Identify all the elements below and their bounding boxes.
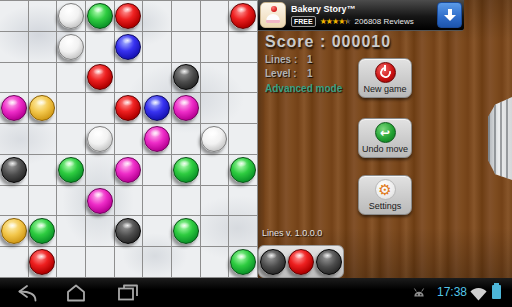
free-badge: FREE bbox=[291, 16, 316, 27]
board-cell[interactable] bbox=[57, 247, 86, 278]
board-cell[interactable] bbox=[86, 1, 115, 32]
board-cell[interactable] bbox=[0, 155, 29, 186]
next-balls-tray bbox=[258, 245, 344, 278]
ball-black[interactable] bbox=[115, 218, 141, 244]
ball-green[interactable] bbox=[87, 3, 113, 29]
board-cell[interactable] bbox=[229, 1, 258, 32]
ball-green[interactable] bbox=[230, 249, 256, 275]
board-cell[interactable] bbox=[172, 247, 201, 278]
board-cell[interactable] bbox=[201, 32, 230, 63]
board-cell[interactable] bbox=[201, 216, 230, 247]
board-cell[interactable] bbox=[201, 155, 230, 186]
board-cell[interactable] bbox=[86, 32, 115, 63]
ball-magenta[interactable] bbox=[173, 95, 199, 121]
home-icon bbox=[64, 284, 88, 302]
board-cell[interactable] bbox=[143, 247, 172, 278]
ball-white[interactable] bbox=[87, 126, 113, 152]
next-ball-red bbox=[288, 249, 314, 275]
ball-green[interactable] bbox=[173, 157, 199, 183]
ball-red[interactable] bbox=[115, 3, 141, 29]
board-cell[interactable] bbox=[201, 63, 230, 94]
board-cell[interactable] bbox=[57, 32, 86, 63]
board-cell[interactable] bbox=[57, 155, 86, 186]
board-cell[interactable] bbox=[229, 247, 258, 278]
board-cell[interactable] bbox=[0, 32, 29, 63]
board-cell[interactable] bbox=[29, 32, 58, 63]
ball-green[interactable] bbox=[230, 157, 256, 183]
board-cell[interactable] bbox=[229, 32, 258, 63]
ball-magenta[interactable] bbox=[144, 126, 170, 152]
board-cell[interactable] bbox=[172, 93, 201, 124]
ad-banner[interactable]: Bakery Story™ FREE ★★★★★ 206808 Reviews bbox=[258, 0, 464, 31]
undo-icon: ↩ bbox=[375, 122, 396, 143]
ad-reviews: 206808 Reviews bbox=[355, 17, 414, 26]
rating-stars: ★★★★★ bbox=[320, 17, 351, 26]
ball-red[interactable] bbox=[87, 64, 113, 90]
ball-black[interactable] bbox=[1, 157, 27, 183]
board-cell[interactable] bbox=[229, 124, 258, 155]
scroll-edge-decoration bbox=[488, 97, 512, 180]
board-cell[interactable] bbox=[229, 63, 258, 94]
back-icon bbox=[16, 284, 40, 302]
cake-icon bbox=[266, 14, 280, 23]
board-cell[interactable] bbox=[229, 155, 258, 186]
ball-white[interactable] bbox=[58, 34, 84, 60]
ball-red[interactable] bbox=[115, 95, 141, 121]
board-cell[interactable] bbox=[29, 124, 58, 155]
download-button[interactable] bbox=[437, 2, 462, 28]
board-cell[interactable] bbox=[115, 216, 144, 247]
ball-white[interactable] bbox=[58, 3, 84, 29]
clock[interactable]: 17:38 bbox=[437, 285, 467, 299]
board-cell[interactable] bbox=[0, 186, 29, 217]
board-cell[interactable] bbox=[86, 63, 115, 94]
board-cell[interactable] bbox=[201, 247, 230, 278]
board-cell[interactable] bbox=[29, 155, 58, 186]
board-cell[interactable] bbox=[229, 93, 258, 124]
board-cell[interactable] bbox=[143, 93, 172, 124]
ball-black[interactable] bbox=[173, 64, 199, 90]
board-cell[interactable] bbox=[143, 216, 172, 247]
next-ball-black bbox=[260, 249, 286, 275]
board-cell[interactable] bbox=[29, 216, 58, 247]
ad-app-title: Bakery Story™ bbox=[291, 4, 433, 15]
restart-icon bbox=[375, 62, 396, 83]
board-cell[interactable] bbox=[115, 124, 144, 155]
wifi-icon[interactable] bbox=[470, 287, 487, 305]
system-bar: 17:38 bbox=[0, 278, 512, 307]
board-cell[interactable] bbox=[86, 216, 115, 247]
board-cell[interactable] bbox=[0, 1, 29, 32]
board-cell[interactable] bbox=[86, 124, 115, 155]
ball-blue[interactable] bbox=[115, 34, 141, 60]
strawberry-icon bbox=[271, 6, 277, 12]
notification-android-icon[interactable] bbox=[412, 286, 426, 304]
ad-text: Bakery Story™ FREE ★★★★★ 206808 Reviews bbox=[291, 4, 433, 27]
board-cell[interactable] bbox=[143, 124, 172, 155]
board-cell[interactable] bbox=[172, 155, 201, 186]
board-cell[interactable] bbox=[86, 155, 115, 186]
board-cell[interactable] bbox=[57, 186, 86, 217]
ball-yellow[interactable] bbox=[29, 95, 55, 121]
board-cell[interactable] bbox=[172, 216, 201, 247]
game-area: Bakery Story™ FREE ★★★★★ 206808 Reviews … bbox=[0, 0, 512, 278]
board-cell[interactable] bbox=[57, 1, 86, 32]
gear-icon: ⚙ bbox=[375, 179, 396, 200]
board-cell[interactable] bbox=[115, 155, 144, 186]
board-cell[interactable] bbox=[115, 247, 144, 278]
level-value: 1 bbox=[307, 68, 313, 79]
board-cell[interactable] bbox=[229, 186, 258, 217]
battery-icon[interactable] bbox=[492, 285, 501, 299]
ball-yellow[interactable] bbox=[1, 218, 27, 244]
home-button[interactable] bbox=[62, 282, 90, 303]
ball-magenta[interactable] bbox=[87, 188, 113, 214]
board-cell[interactable] bbox=[57, 63, 86, 94]
ad-app-icon[interactable] bbox=[260, 2, 286, 28]
ball-green[interactable] bbox=[58, 157, 84, 183]
board-cell[interactable] bbox=[201, 124, 230, 155]
board-cell[interactable] bbox=[29, 63, 58, 94]
board-cell[interactable] bbox=[57, 124, 86, 155]
ball-red[interactable] bbox=[29, 249, 55, 275]
recents-button[interactable] bbox=[114, 282, 142, 303]
board-cell[interactable] bbox=[201, 186, 230, 217]
board-cell[interactable] bbox=[115, 93, 144, 124]
recents-icon bbox=[116, 284, 140, 302]
ball-blue[interactable] bbox=[144, 95, 170, 121]
board-cell[interactable] bbox=[143, 32, 172, 63]
undo-move-button[interactable]: ↩ Undo move bbox=[358, 118, 412, 158]
board-cell[interactable] bbox=[0, 216, 29, 247]
next-ball-black bbox=[316, 249, 342, 275]
ball-green[interactable] bbox=[29, 218, 55, 244]
board-cell[interactable] bbox=[229, 216, 258, 247]
board-cell[interactable] bbox=[29, 93, 58, 124]
board-cell[interactable] bbox=[143, 63, 172, 94]
board-cell[interactable] bbox=[29, 1, 58, 32]
back-button[interactable] bbox=[14, 282, 42, 303]
board-cell[interactable] bbox=[115, 1, 144, 32]
board-cell[interactable] bbox=[29, 186, 58, 217]
settings-button[interactable]: ⚙ Settings bbox=[358, 175, 412, 215]
board-cell[interactable] bbox=[172, 63, 201, 94]
ball-white[interactable] bbox=[201, 126, 227, 152]
board-cell[interactable] bbox=[143, 186, 172, 217]
board-cell[interactable] bbox=[86, 93, 115, 124]
game-board[interactable] bbox=[0, 0, 258, 278]
board-cell[interactable] bbox=[172, 32, 201, 63]
app-screen: Bakery Story™ FREE ★★★★★ 206808 Reviews … bbox=[0, 0, 512, 307]
board-cell[interactable] bbox=[0, 247, 29, 278]
new-game-button[interactable]: New game bbox=[358, 58, 412, 98]
board-cell[interactable] bbox=[201, 1, 230, 32]
board-cell[interactable] bbox=[57, 93, 86, 124]
board-cell[interactable] bbox=[0, 93, 29, 124]
board-cell[interactable] bbox=[0, 63, 29, 94]
board-cell[interactable] bbox=[115, 32, 144, 63]
board-cell[interactable] bbox=[115, 63, 144, 94]
side-panel: Bakery Story™ FREE ★★★★★ 206808 Reviews … bbox=[258, 0, 512, 278]
ball-red[interactable] bbox=[230, 3, 256, 29]
ball-green[interactable] bbox=[173, 218, 199, 244]
board-cell[interactable] bbox=[29, 247, 58, 278]
board-cell[interactable] bbox=[172, 1, 201, 32]
ball-magenta[interactable] bbox=[1, 95, 27, 121]
board-cell[interactable] bbox=[57, 216, 86, 247]
board-cell[interactable] bbox=[201, 93, 230, 124]
ball-magenta[interactable] bbox=[115, 157, 141, 183]
board-cell[interactable] bbox=[86, 247, 115, 278]
version-text: Lines v. 1.0.0.0 bbox=[262, 228, 322, 238]
lines-value: 1 bbox=[307, 54, 313, 65]
board-cell[interactable] bbox=[86, 186, 115, 217]
board-cell[interactable] bbox=[143, 1, 172, 32]
board-cell[interactable] bbox=[172, 124, 201, 155]
board-cell[interactable] bbox=[0, 124, 29, 155]
board-cell[interactable] bbox=[143, 155, 172, 186]
board-cell[interactable] bbox=[172, 186, 201, 217]
board-cell[interactable] bbox=[115, 186, 144, 217]
score-text: Score : 000010 bbox=[265, 33, 391, 51]
